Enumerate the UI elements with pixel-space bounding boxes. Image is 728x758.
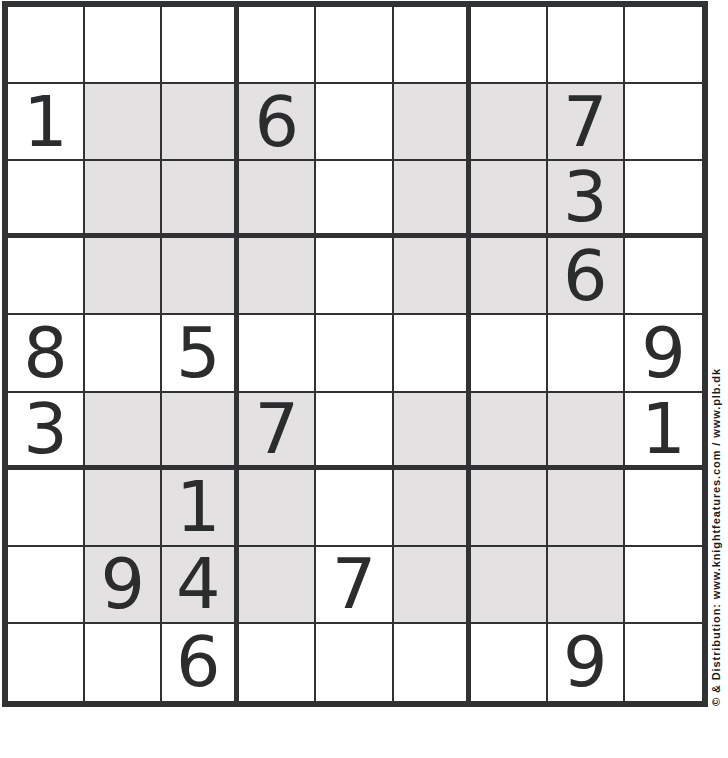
cell-r5c8[interactable] — [548, 315, 625, 392]
cell-r5c3[interactable]: 5 — [162, 315, 239, 392]
cell-r5c1[interactable]: 8 — [8, 315, 85, 392]
cell-r9c1[interactable] — [8, 624, 85, 701]
cell-r9c6[interactable] — [394, 624, 471, 701]
cell-r9c4[interactable] — [239, 624, 316, 701]
cell-r2c5[interactable] — [316, 84, 393, 161]
cell-r8c7[interactable] — [471, 547, 548, 624]
cell-r2c9[interactable] — [625, 84, 702, 161]
cell-r9c7[interactable] — [471, 624, 548, 701]
cell-r1c8[interactable] — [548, 7, 625, 84]
cell-r1c2[interactable] — [85, 7, 162, 84]
cell-r5c6[interactable] — [394, 315, 471, 392]
cell-r8c2[interactable]: 9 — [85, 547, 162, 624]
cell-r7c4[interactable] — [239, 470, 316, 547]
cell-r8c4[interactable] — [239, 547, 316, 624]
cell-r4c9[interactable] — [625, 238, 702, 315]
cell-r3c5[interactable] — [316, 161, 393, 238]
cell-r9c8[interactable]: 9 — [548, 624, 625, 701]
cell-r4c7[interactable] — [471, 238, 548, 315]
cell-r5c4[interactable] — [239, 315, 316, 392]
cell-r6c9[interactable]: 1 — [625, 393, 702, 470]
sudoku-page: { "game": "sudoku", "variant": "hyper-su… — [0, 0, 728, 758]
cell-r4c1[interactable] — [8, 238, 85, 315]
cell-r9c2[interactable] — [85, 624, 162, 701]
cell-r4c5[interactable] — [316, 238, 393, 315]
cell-r8c5[interactable]: 7 — [316, 547, 393, 624]
cell-r8c1[interactable] — [8, 547, 85, 624]
cell-r3c1[interactable] — [8, 161, 85, 238]
cell-r7c1[interactable] — [8, 470, 85, 547]
cell-r8c6[interactable] — [394, 547, 471, 624]
sudoku-board: 16736859371194769 — [2, 1, 708, 707]
cell-r6c3[interactable] — [162, 393, 239, 470]
cell-r3c2[interactable] — [85, 161, 162, 238]
cell-r7c7[interactable] — [471, 470, 548, 547]
cell-r8c3[interactable]: 4 — [162, 547, 239, 624]
cell-r6c5[interactable] — [316, 393, 393, 470]
cell-r7c3[interactable]: 1 — [162, 470, 239, 547]
cell-r5c7[interactable] — [471, 315, 548, 392]
cell-r6c8[interactable] — [548, 393, 625, 470]
cell-r7c5[interactable] — [316, 470, 393, 547]
cell-r6c4[interactable]: 7 — [239, 393, 316, 470]
cell-r3c9[interactable] — [625, 161, 702, 238]
cell-r7c2[interactable] — [85, 470, 162, 547]
cell-r7c9[interactable] — [625, 470, 702, 547]
cell-r1c6[interactable] — [394, 7, 471, 84]
cell-r7c8[interactable] — [548, 470, 625, 547]
cell-r1c9[interactable] — [625, 7, 702, 84]
cell-r2c4[interactable]: 6 — [239, 84, 316, 161]
cell-r4c6[interactable] — [394, 238, 471, 315]
cell-r6c7[interactable] — [471, 393, 548, 470]
cell-r2c2[interactable] — [85, 84, 162, 161]
cell-r3c3[interactable] — [162, 161, 239, 238]
cell-r8c9[interactable] — [625, 547, 702, 624]
cell-r1c5[interactable] — [316, 7, 393, 84]
cell-r9c5[interactable] — [316, 624, 393, 701]
cell-r1c7[interactable] — [471, 7, 548, 84]
cell-r3c6[interactable] — [394, 161, 471, 238]
cell-r8c8[interactable] — [548, 547, 625, 624]
cell-r5c5[interactable] — [316, 315, 393, 392]
cell-r2c1[interactable]: 1 — [8, 84, 85, 161]
cell-r2c8[interactable]: 7 — [548, 84, 625, 161]
cell-r2c6[interactable] — [394, 84, 471, 161]
cell-r4c3[interactable] — [162, 238, 239, 315]
cell-r3c8[interactable]: 3 — [548, 161, 625, 238]
cell-r4c4[interactable] — [239, 238, 316, 315]
cell-r6c1[interactable]: 3 — [8, 393, 85, 470]
cell-r7c6[interactable] — [394, 470, 471, 547]
cell-r6c6[interactable] — [394, 393, 471, 470]
cell-r4c8[interactable]: 6 — [548, 238, 625, 315]
cell-r3c7[interactable] — [471, 161, 548, 238]
cell-r2c3[interactable] — [162, 84, 239, 161]
cell-r6c2[interactable] — [85, 393, 162, 470]
cell-r2c7[interactable] — [471, 84, 548, 161]
cell-r1c1[interactable] — [8, 7, 85, 84]
cell-r3c4[interactable] — [239, 161, 316, 238]
cell-r4c2[interactable] — [85, 238, 162, 315]
cell-r1c4[interactable] — [239, 7, 316, 84]
cell-r9c9[interactable] — [625, 624, 702, 701]
cell-r1c3[interactable] — [162, 7, 239, 84]
cell-r9c3[interactable]: 6 — [162, 624, 239, 701]
cell-r5c9[interactable]: 9 — [625, 315, 702, 392]
cell-r5c2[interactable] — [85, 315, 162, 392]
copyright-credit: © & Distribution: www.knightfeatures.com… — [710, 308, 727, 706]
